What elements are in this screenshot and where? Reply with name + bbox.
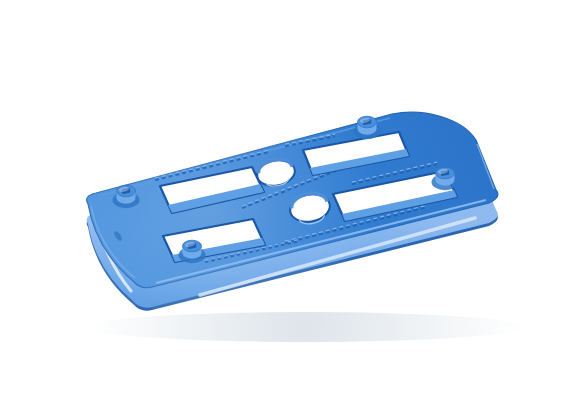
- product-photo: [0, 0, 562, 402]
- photo-canvas: [0, 0, 562, 402]
- ground-shadow: [87, 312, 523, 342]
